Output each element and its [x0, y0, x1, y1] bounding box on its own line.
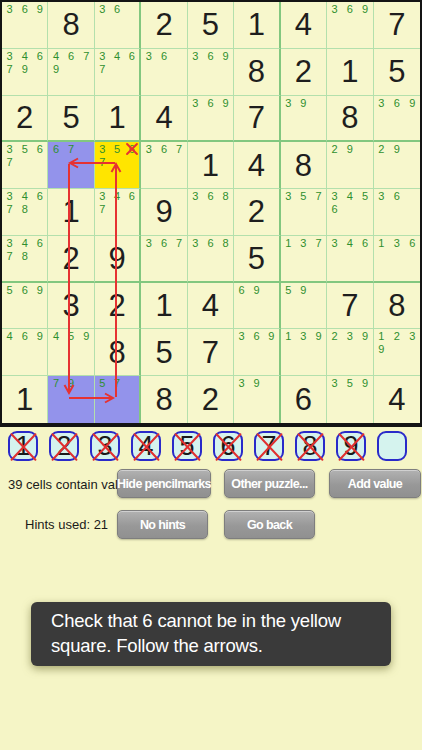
hide-pencilmarks-button[interactable]: Hide pencilmarks	[117, 469, 211, 498]
cell-value: 4	[202, 290, 219, 321]
pencilmarks: 368	[188, 189, 233, 203]
numpad-button-label: 1	[15, 433, 30, 460]
pencilmarks: 36	[374, 189, 420, 203]
cell-r5c1[interactable]: 34678	[2, 189, 48, 236]
cell-r8c6[interactable]: 369	[234, 329, 280, 376]
pencilmarks: 369	[2, 2, 47, 16]
cell-r2c2[interactable]: 4679	[48, 49, 94, 96]
pencilmarks: 369	[188, 96, 233, 110]
cell-r5c4[interactable]: 9	[141, 189, 187, 236]
numpad-button-3[interactable]: 3	[90, 431, 120, 461]
numpad-button-blank[interactable]	[377, 431, 407, 461]
hint-toast-text: Check that 6 cannot be in the yellow squ…	[51, 609, 371, 659]
cell-value: 9	[155, 196, 172, 227]
cell-r3c4[interactable]: 4	[141, 96, 187, 143]
cell-value: 5	[155, 337, 172, 368]
pencilmarks: 3567	[95, 142, 139, 169]
cell-r2c5[interactable]: 369	[188, 49, 234, 96]
cell-value: 2	[248, 196, 265, 227]
pencilmarks: 139	[281, 329, 326, 343]
pencilmarks: 136	[374, 236, 420, 250]
cell-r6c8[interactable]: 346	[327, 236, 373, 283]
cell-r7c6[interactable]: 69	[234, 283, 280, 330]
pencilmarks: 369	[327, 2, 372, 16]
cell-r7c1[interactable]: 569	[2, 283, 48, 330]
cell-r4c4[interactable]: 367	[141, 142, 187, 189]
cell-r1c9[interactable]: 7	[374, 2, 420, 49]
cell-value: 5	[248, 243, 265, 274]
no-hints-button[interactable]: No hints	[117, 510, 208, 539]
cell-r7c8[interactable]: 7	[327, 283, 373, 330]
cell-r9c1[interactable]: 1	[2, 376, 48, 423]
cell-r9c7[interactable]: 6	[281, 376, 327, 423]
cell-r6c2[interactable]: 2	[48, 236, 94, 283]
numpad-button-5[interactable]: 5	[172, 431, 202, 461]
pencilmarks: 39	[234, 376, 278, 390]
hint-toast: Check that 6 cannot be in the yellow squ…	[31, 602, 391, 666]
cell-r5c8[interactable]: 3456	[327, 189, 373, 236]
numpad-button-label: 5	[179, 433, 194, 460]
cell-r9c8[interactable]: 359	[327, 376, 373, 423]
numpad-button-9[interactable]: 9	[336, 431, 366, 461]
cell-r3c9[interactable]: 369	[374, 96, 420, 143]
cell-r7c4[interactable]: 1	[141, 283, 187, 330]
pencilmarks: 239	[327, 329, 372, 343]
numpad-button-label: 2	[56, 433, 71, 460]
pencilmarks: 4679	[48, 49, 93, 76]
cell-value: 2	[16, 102, 33, 133]
cell-r1c1[interactable]: 369	[2, 2, 48, 49]
cell-r8c5[interactable]: 7	[188, 329, 234, 376]
cell-r3c5[interactable]: 369	[188, 96, 234, 143]
cell-value: 8	[108, 337, 125, 368]
numpad-button-label: 7	[261, 433, 276, 460]
cell-r9c3[interactable]: 57	[95, 376, 141, 423]
cell-r2c8[interactable]: 1	[327, 49, 373, 96]
pencilmarks: 36	[95, 2, 139, 16]
pencilmarks: 367	[141, 236, 186, 250]
cell-r7c7[interactable]: 59	[281, 283, 327, 330]
cell-r6c5[interactable]: 368	[188, 236, 234, 283]
cell-r1c3[interactable]: 36	[95, 2, 141, 49]
cell-value: 7	[388, 9, 405, 40]
cell-value: 1	[155, 290, 172, 321]
cell-r6c1[interactable]: 34678	[2, 236, 48, 283]
cell-r4c3[interactable]: 3567	[95, 142, 141, 189]
cell-r4c8[interactable]: 29	[327, 142, 373, 189]
cell-r7c9[interactable]: 8	[374, 283, 420, 330]
pencilmarks: 369	[234, 329, 278, 343]
cell-value: 2	[202, 384, 219, 415]
pencilmarks: 137	[281, 236, 326, 250]
cell-r6c3[interactable]: 9	[95, 236, 141, 283]
cell-r8c7[interactable]: 139	[281, 329, 327, 376]
pencilmarks: 36	[141, 49, 186, 63]
pencilmarks: 1239	[374, 329, 420, 356]
cell-r1c4[interactable]: 2	[141, 2, 187, 49]
hints-used-label: Hints used: 21	[25, 517, 108, 532]
cell-value: 9	[108, 243, 125, 274]
pencilmarks: 359	[327, 376, 372, 390]
cell-r9c9[interactable]: 4	[374, 376, 420, 423]
cell-r6c6[interactable]: 5	[234, 236, 280, 283]
pencilmarks: 29	[327, 142, 372, 156]
cell-r3c7[interactable]: 39	[281, 96, 327, 143]
numpad-button-4[interactable]: 4	[131, 431, 161, 461]
numpad-button-6[interactable]: 6	[213, 431, 243, 461]
pencilmarks: 3467	[95, 49, 139, 76]
cell-value: 8	[63, 9, 80, 40]
cell-r5c9[interactable]: 36	[374, 189, 420, 236]
pencilmarks: 67	[48, 142, 93, 156]
sudoku-board[interactable]: 3698362514369734679467934673636982152514…	[0, 0, 422, 427]
numpad-button-label: 3	[97, 433, 112, 460]
pencilmarks: 3567	[2, 142, 47, 169]
numpad-button-2[interactable]: 2	[49, 431, 79, 461]
cell-r8c8[interactable]: 239	[327, 329, 373, 376]
cell-r7c2[interactable]: 3	[48, 283, 94, 330]
cell-r5c3[interactable]: 3467	[95, 189, 141, 236]
cell-value: 1	[202, 150, 219, 181]
cell-value: 4	[248, 150, 265, 181]
go-back-button[interactable]: Go back	[224, 510, 315, 539]
cell-r4c2[interactable]: 67	[48, 142, 94, 189]
pencilmarks: 346	[327, 236, 372, 250]
cell-r8c9[interactable]: 1239	[374, 329, 420, 376]
cell-r1c5[interactable]: 5	[188, 2, 234, 49]
pencilmarks: 29	[374, 142, 420, 156]
cell-r1c7[interactable]: 4	[281, 2, 327, 49]
cell-r9c4[interactable]: 8	[141, 376, 187, 423]
cell-value: 1	[16, 384, 33, 415]
pencilmarks: 369	[374, 96, 420, 110]
cell-value: 1	[341, 56, 358, 87]
pencilmarks: 469	[2, 329, 47, 343]
cell-r6c9[interactable]: 136	[374, 236, 420, 283]
cell-value: 8	[248, 56, 265, 87]
pencilmarks: 34678	[2, 236, 47, 263]
cell-value: 4	[155, 102, 172, 133]
cell-r4c1[interactable]: 3567	[2, 142, 48, 189]
cell-r2c6[interactable]: 8	[234, 49, 280, 96]
cell-r6c7[interactable]: 137	[281, 236, 327, 283]
cell-value: 4	[388, 384, 405, 415]
number-pad: 123456789	[8, 431, 407, 461]
add-value-button[interactable]: Add value	[329, 469, 421, 498]
cell-r1c2[interactable]: 8	[48, 2, 94, 49]
cell-value: 4	[295, 9, 312, 40]
pencilmarks: 3456	[327, 189, 372, 216]
cell-r3c1[interactable]: 2	[2, 96, 48, 143]
sudoku-board-area: 3698362514369734679467934673636982152514…	[0, 0, 422, 427]
pencilmarks: 69	[234, 283, 278, 297]
pencilmarks: 357	[281, 189, 326, 203]
cell-r4c6[interactable]: 4	[234, 142, 280, 189]
cell-r8c1[interactable]: 469	[2, 329, 48, 376]
cell-value: 1	[63, 196, 80, 227]
cell-value: 1	[108, 102, 125, 133]
pencilmarks: 367	[141, 142, 186, 156]
numpad-button-label: 6	[220, 433, 235, 460]
cell-value: 2	[63, 243, 80, 274]
pencilmarks: 59	[281, 283, 326, 297]
cell-value: 8	[341, 102, 358, 133]
cell-value: 2	[108, 290, 125, 321]
cell-value: 8	[295, 150, 312, 181]
cell-r4c9[interactable]: 29	[374, 142, 420, 189]
cell-r9c6[interactable]: 39	[234, 376, 280, 423]
pencilmarks: 459	[48, 329, 93, 343]
cell-r8c4[interactable]: 5	[141, 329, 187, 376]
cell-r2c1[interactable]: 34679	[2, 49, 48, 96]
cell-r3c3[interactable]: 1	[95, 96, 141, 143]
numpad-button-8[interactable]: 8	[295, 431, 325, 461]
other-puzzle-button[interactable]: Other puzzle...	[224, 469, 315, 498]
cell-value: 2	[295, 56, 312, 87]
numpad-button-label: 4	[138, 433, 153, 460]
cell-r9c5[interactable]: 2	[188, 376, 234, 423]
cell-value: 8	[388, 290, 405, 321]
pencilmarks: 39	[281, 96, 326, 110]
pencilmarks: 569	[2, 283, 47, 297]
numpad-button-7[interactable]: 7	[254, 431, 284, 461]
cell-r2c7[interactable]: 2	[281, 49, 327, 96]
cell-value: 7	[341, 290, 358, 321]
cell-r4c5[interactable]: 1	[188, 142, 234, 189]
cell-r1c6[interactable]: 1	[234, 2, 280, 49]
cell-r6c4[interactable]: 367	[141, 236, 187, 283]
cell-r2c4[interactable]: 36	[141, 49, 187, 96]
cell-r5c2[interactable]: 1	[48, 189, 94, 236]
cell-value: 2	[155, 9, 172, 40]
pencilmarks: 368	[188, 236, 233, 250]
cell-value: 5	[63, 102, 80, 133]
cell-r8c3[interactable]: 8	[95, 329, 141, 376]
cell-r2c3[interactable]: 3467	[95, 49, 141, 96]
cell-value: 3	[63, 290, 80, 321]
pencilmarks: 79	[48, 376, 93, 390]
cell-value: 7	[248, 102, 265, 133]
cell-r3c2[interactable]: 5	[48, 96, 94, 143]
cell-value: 8	[155, 384, 172, 415]
cell-r9c2[interactable]: 79	[48, 376, 94, 423]
numpad-button-1[interactable]: 1	[8, 431, 38, 461]
cell-r7c3[interactable]: 2	[95, 283, 141, 330]
cell-value: 5	[202, 9, 219, 40]
numpad-button-label: 9	[343, 433, 358, 460]
pencilmarks: 34679	[2, 49, 47, 76]
cell-r5c7[interactable]: 357	[281, 189, 327, 236]
cell-r4c7[interactable]: 8	[281, 142, 327, 189]
pencilmarks: 369	[188, 49, 233, 63]
cell-r7c5[interactable]: 4	[188, 283, 234, 330]
cell-r3c6[interactable]: 7	[234, 96, 280, 143]
pencilmarks: 34678	[2, 189, 47, 216]
pencilmarks: 57	[95, 376, 139, 390]
cell-r8c2[interactable]: 459	[48, 329, 94, 376]
cell-r3c8[interactable]: 8	[327, 96, 373, 143]
cell-value: 1	[248, 9, 265, 40]
cell-value: 5	[388, 56, 405, 87]
cell-r5c5[interactable]: 368	[188, 189, 234, 236]
cell-value: 6	[295, 384, 312, 415]
pencilmarks: 3467	[95, 189, 139, 216]
cell-r5c6[interactable]: 2	[234, 189, 280, 236]
cell-value: 7	[202, 337, 219, 368]
numpad-button-label: 8	[302, 433, 317, 460]
cell-r2c9[interactable]: 5	[374, 49, 420, 96]
cell-r1c8[interactable]: 369	[327, 2, 373, 49]
